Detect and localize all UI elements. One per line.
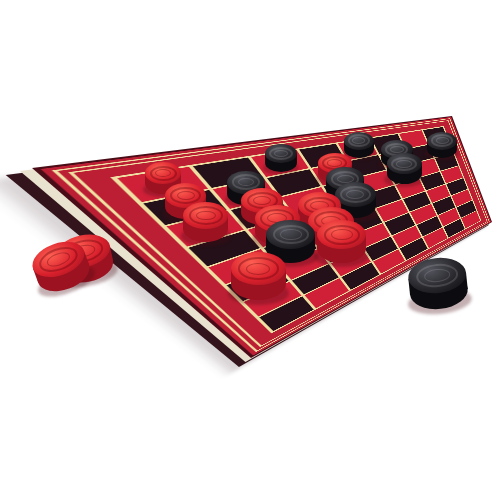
piece-crown-inner-ring [396,160,411,168]
piece-crown-inner-ring [331,229,353,239]
piece-crown-inner-ring [436,137,449,144]
piece-cap [344,132,374,150]
piece-crown-inner-ring [246,263,270,275]
piece-cap [387,153,422,174]
piece-crown-inner-ring [280,229,302,239]
black-checker-2[interactable] [265,144,297,172]
piece-cap [231,252,286,285]
black-checker-8[interactable] [427,132,457,158]
product-photo-stage [0,0,500,500]
piece-cap [427,132,457,150]
black-checker-12[interactable] [387,153,422,184]
red-checker-19[interactable] [317,220,366,263]
red-checker-18[interactable] [231,252,286,300]
piece-crown-inner-ring [352,137,365,144]
piece-crown-inner-ring [327,159,342,166]
black-checker-22[interactable] [406,255,469,312]
red-checker-9[interactable] [183,202,228,242]
piece-crown-inner-ring [274,150,288,157]
piece-cap [265,144,297,163]
piece-crown-inner-ring [196,211,216,221]
